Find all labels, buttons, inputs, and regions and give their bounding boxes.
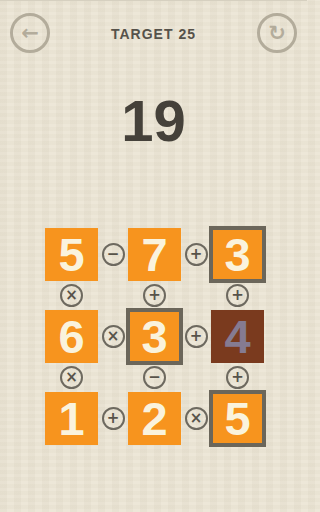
restart-button[interactable]: ↻ [257,13,297,53]
vertical-operator-cell-c1-1: × [45,281,98,310]
tile-r1c2[interactable]: 7 [128,228,181,281]
multiply-operator-icon: × [60,366,83,389]
plus-operator-icon: + [102,407,125,430]
horizontal-operator-cell-r2-1: × [98,310,128,363]
vertical-operator-cell-c2-1: + [128,281,181,310]
tile-r2c2[interactable]: 3 [126,308,183,365]
multiply-operator-icon: × [102,325,125,348]
puzzle-grid: 5−7+3×++6×3+4×−+1+2×5 [45,228,264,445]
multiply-operator-icon: × [185,407,208,430]
refresh-icon: ↻ [268,23,286,44]
top-bar: ← TARGET 25 ↻ [0,1,307,63]
tile-r1c1[interactable]: 5 [45,228,98,281]
minus-operator-icon: − [143,366,166,389]
app: { "game": "math-grid-target-puzzle (pick… [0,0,307,512]
horizontal-operator-cell-r2-2: + [181,310,211,363]
vertical-operator-cell-c3-2: + [211,363,264,392]
horizontal-operator-cell-r3-1: + [98,392,128,445]
plus-operator-icon: + [185,325,208,348]
plus-operator-icon: + [226,284,249,307]
vertical-operator-cell-c1-2: × [45,363,98,392]
current-total: 19 [0,89,307,153]
tile-r2c3[interactable]: 4 [211,310,264,363]
horizontal-operator-cell-r1-1: − [98,228,128,281]
plus-operator-icon: + [226,366,249,389]
tile-r1c3[interactable]: 3 [209,226,266,283]
tile-r3c3[interactable]: 5 [209,390,266,447]
horizontal-operator-cell-r3-2: × [181,392,211,445]
vertical-operator-cell-c2-2: − [128,363,181,392]
horizontal-operator-cell-r1-2: + [181,228,211,281]
minus-operator-icon: − [102,243,125,266]
tile-r3c1[interactable]: 1 [45,392,98,445]
plus-operator-icon: + [143,284,166,307]
plus-operator-icon: + [185,243,208,266]
tile-r3c2[interactable]: 2 [128,392,181,445]
vertical-operator-cell-c3-1: + [211,281,264,310]
multiply-operator-icon: × [60,284,83,307]
tile-r2c1[interactable]: 6 [45,310,98,363]
